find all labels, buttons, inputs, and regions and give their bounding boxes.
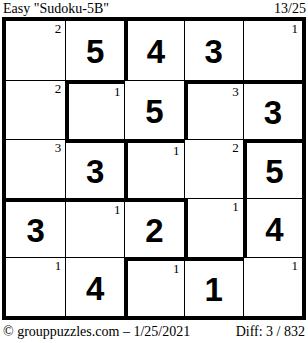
pencil-mark: 2 xyxy=(55,81,62,96)
cell-value: 5 xyxy=(265,153,283,188)
cell-r2c3[interactable]: 5 xyxy=(124,80,183,139)
sudoku-grid: 2543121533331253121414111 xyxy=(2,17,306,320)
cell-r2c2[interactable]: 1 xyxy=(65,80,124,139)
pencil-mark: 2 xyxy=(55,21,62,36)
pencil-mark: 1 xyxy=(173,261,180,276)
cell-r3c1[interactable]: 3 xyxy=(6,139,65,198)
cell-value: 4 xyxy=(147,33,165,68)
cell-r3c5[interactable]: 5 xyxy=(243,139,302,198)
cell-value: 3 xyxy=(264,94,282,129)
pencil-mark: 1 xyxy=(173,143,180,158)
cell-r5c5[interactable]: 1 xyxy=(243,257,302,316)
cell-value: 5 xyxy=(86,33,104,68)
cell-r4c2[interactable]: 1 xyxy=(65,198,124,257)
cell-r5c1[interactable]: 1 xyxy=(6,257,65,316)
difficulty-text: Diff: 3 / 832 xyxy=(236,324,305,340)
pencil-mark: 1 xyxy=(232,199,239,214)
cell-value: 4 xyxy=(86,270,104,305)
cell-r3c4[interactable]: 2 xyxy=(184,139,243,198)
pencil-mark: 1 xyxy=(292,258,299,273)
puzzle-page: Easy "Sudoku-5B" 13/25 25431215333312531… xyxy=(0,0,308,343)
cell-r2c4[interactable]: 3 xyxy=(184,80,243,139)
cell-r5c4[interactable]: 1 xyxy=(184,257,243,316)
cell-value: 4 xyxy=(265,211,283,246)
cell-r4c3[interactable]: 2 xyxy=(124,198,183,257)
cell-r1c2[interactable]: 5 xyxy=(65,21,124,80)
pencil-mark: 3 xyxy=(232,84,239,99)
page-header: Easy "Sudoku-5B" 13/25 xyxy=(0,0,308,17)
copyright-text: © grouppuzzles.com – 1/25/2021 xyxy=(3,324,190,340)
cell-value: 5 xyxy=(145,93,163,128)
pencil-mark: 1 xyxy=(114,202,121,217)
cell-r1c1[interactable]: 2 xyxy=(6,21,65,80)
cell-value: 2 xyxy=(145,212,163,247)
pencil-mark: 1 xyxy=(114,84,121,99)
cell-r2c1[interactable]: 2 xyxy=(6,80,65,139)
cell-r1c5[interactable]: 1 xyxy=(243,21,302,80)
pencil-mark: 3 xyxy=(55,140,62,155)
cell-value: 1 xyxy=(205,271,223,306)
cell-r1c4[interactable]: 3 xyxy=(184,21,243,80)
cell-r4c1[interactable]: 3 xyxy=(6,198,65,257)
cell-r2c5[interactable]: 3 xyxy=(243,80,302,139)
pencil-mark: 2 xyxy=(232,140,239,155)
page-footer: © grouppuzzles.com – 1/25/2021 Diff: 3 /… xyxy=(0,320,308,340)
pencil-mark: 1 xyxy=(55,258,62,273)
cell-r3c3[interactable]: 1 xyxy=(124,139,183,198)
progress-counter: 13/25 xyxy=(274,1,306,17)
cell-r4c5[interactable]: 4 xyxy=(243,198,302,257)
cell-value: 3 xyxy=(205,33,223,68)
puzzle-title: Easy "Sudoku-5B" xyxy=(3,1,109,17)
cell-r5c3[interactable]: 1 xyxy=(124,257,183,316)
cell-value: 3 xyxy=(26,212,44,247)
cell-r3c2[interactable]: 3 xyxy=(65,139,124,198)
cell-r1c3[interactable]: 4 xyxy=(124,21,183,80)
cell-r5c2[interactable]: 4 xyxy=(65,257,124,316)
cell-r4c4[interactable]: 1 xyxy=(184,198,243,257)
cell-value: 3 xyxy=(86,153,104,188)
pencil-mark: 1 xyxy=(292,21,299,36)
